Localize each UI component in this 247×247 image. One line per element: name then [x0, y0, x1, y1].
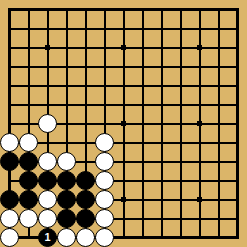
board-intersection[interactable] — [0, 19, 19, 38]
board-intersection[interactable] — [0, 228, 19, 247]
black-stone — [0, 190, 19, 209]
board-intersection[interactable] — [209, 57, 228, 76]
board-intersection[interactable] — [0, 152, 19, 171]
board-intersection[interactable] — [228, 171, 247, 190]
board-intersection[interactable] — [114, 133, 133, 152]
board-intersection[interactable] — [152, 114, 171, 133]
board-intersection[interactable] — [57, 38, 76, 57]
white-stone — [19, 209, 38, 228]
board-intersection[interactable] — [0, 0, 19, 19]
board-intersection[interactable] — [228, 38, 247, 57]
board-intersection[interactable] — [95, 76, 114, 95]
board-intersection[interactable] — [171, 114, 190, 133]
board-intersection[interactable] — [57, 0, 76, 19]
board-intersection[interactable] — [95, 57, 114, 76]
black-stone — [57, 209, 76, 228]
black-stone — [76, 171, 95, 190]
board-intersection[interactable]: 1 — [38, 228, 57, 247]
board-intersection[interactable] — [152, 95, 171, 114]
board-intersection[interactable] — [0, 76, 19, 95]
board-intersection[interactable] — [133, 209, 152, 228]
board-intersection[interactable] — [38, 190, 57, 209]
board-intersection[interactable] — [38, 209, 57, 228]
board-intersection[interactable] — [171, 209, 190, 228]
board-intersection[interactable] — [114, 228, 133, 247]
board-intersection[interactable] — [209, 114, 228, 133]
board-intersection[interactable] — [209, 152, 228, 171]
board-intersection[interactable] — [95, 152, 114, 171]
board-intersection[interactable] — [19, 152, 38, 171]
board-intersection[interactable] — [19, 95, 38, 114]
white-stone — [38, 190, 57, 209]
board-intersection[interactable] — [228, 209, 247, 228]
board-intersection[interactable] — [133, 152, 152, 171]
black-stone — [19, 171, 38, 190]
board-intersection[interactable] — [114, 114, 133, 133]
white-stone — [76, 228, 95, 247]
board-intersection[interactable] — [171, 95, 190, 114]
board-intersection[interactable] — [38, 152, 57, 171]
white-stone — [38, 114, 57, 133]
board-intersection[interactable] — [209, 171, 228, 190]
board-intersection[interactable] — [76, 133, 95, 152]
board-intersection[interactable] — [114, 57, 133, 76]
board-intersection[interactable] — [114, 19, 133, 38]
go-board: 1 — [0, 0, 247, 247]
board-intersection[interactable] — [76, 114, 95, 133]
board-intersection[interactable] — [209, 19, 228, 38]
black-stone — [19, 152, 38, 171]
black-stone — [76, 190, 95, 209]
board-intersection[interactable] — [171, 133, 190, 152]
board-intersection[interactable] — [76, 190, 95, 209]
board-intersection[interactable] — [190, 0, 209, 19]
board-intersection[interactable] — [95, 95, 114, 114]
board-intersection[interactable] — [152, 57, 171, 76]
board-intersection[interactable] — [57, 133, 76, 152]
white-stone — [95, 171, 114, 190]
board-intersection[interactable] — [0, 190, 19, 209]
board-intersection[interactable] — [190, 114, 209, 133]
white-stone — [95, 133, 114, 152]
board-intersection[interactable] — [133, 171, 152, 190]
board-intersection[interactable] — [190, 76, 209, 95]
board-intersection[interactable] — [133, 57, 152, 76]
board-intersection[interactable] — [95, 209, 114, 228]
board-intersection[interactable] — [171, 171, 190, 190]
board-intersection[interactable] — [209, 38, 228, 57]
board-intersection[interactable] — [0, 38, 19, 57]
board-intersection[interactable] — [76, 76, 95, 95]
board-intersection[interactable] — [190, 95, 209, 114]
board-intersection[interactable] — [38, 38, 57, 57]
board-intersection[interactable] — [171, 76, 190, 95]
board-intersection[interactable] — [228, 152, 247, 171]
board-intersection[interactable] — [209, 190, 228, 209]
board-intersection[interactable] — [95, 0, 114, 19]
board-intersection[interactable] — [209, 133, 228, 152]
board-intersection[interactable] — [228, 228, 247, 247]
black-stone — [57, 171, 76, 190]
board-intersection[interactable] — [95, 190, 114, 209]
board-intersection[interactable] — [133, 228, 152, 247]
board-intersection[interactable] — [152, 76, 171, 95]
board-intersection[interactable] — [114, 171, 133, 190]
board-intersection[interactable] — [0, 114, 19, 133]
board-intersection[interactable] — [171, 190, 190, 209]
board-intersection[interactable] — [57, 190, 76, 209]
board-intersection[interactable] — [76, 57, 95, 76]
board-intersection[interactable] — [57, 228, 76, 247]
board-intersection[interactable] — [38, 57, 57, 76]
black-stone — [0, 152, 19, 171]
board-intersection[interactable] — [190, 228, 209, 247]
board-intersection[interactable] — [152, 133, 171, 152]
board-intersection[interactable] — [133, 76, 152, 95]
board-intersection[interactable] — [0, 171, 19, 190]
white-stone — [0, 228, 19, 247]
board-intersection[interactable] — [228, 133, 247, 152]
board-intersection[interactable] — [171, 0, 190, 19]
board-intersection[interactable] — [133, 38, 152, 57]
board-intersection[interactable] — [0, 95, 19, 114]
board-intersection[interactable] — [209, 0, 228, 19]
board-intersection[interactable] — [95, 228, 114, 247]
white-stone — [0, 133, 19, 152]
board-intersection[interactable] — [57, 171, 76, 190]
board-intersection[interactable] — [95, 171, 114, 190]
board-intersection[interactable] — [76, 209, 95, 228]
board-intersection[interactable] — [114, 152, 133, 171]
board-intersection[interactable] — [76, 19, 95, 38]
move-number-label: 1 — [44, 232, 50, 243]
board-intersection[interactable] — [133, 190, 152, 209]
board-intersection[interactable] — [152, 0, 171, 19]
black-stone — [57, 190, 76, 209]
board-intersection[interactable] — [76, 171, 95, 190]
board-intersection[interactable] — [133, 0, 152, 19]
board-intersection[interactable] — [19, 0, 38, 19]
board-intersection[interactable] — [19, 19, 38, 38]
black-stone — [38, 171, 57, 190]
white-stone — [95, 152, 114, 171]
black-stone: 1 — [38, 228, 57, 247]
board-intersection[interactable] — [76, 0, 95, 19]
board-intersection[interactable] — [38, 76, 57, 95]
board-intersection[interactable] — [19, 114, 38, 133]
board-intersection[interactable] — [133, 95, 152, 114]
board-intersection[interactable] — [228, 0, 247, 19]
board-intersection[interactable] — [228, 19, 247, 38]
board-intersection[interactable] — [190, 19, 209, 38]
board-intersection[interactable] — [38, 133, 57, 152]
board-intersection[interactable] — [228, 57, 247, 76]
board-intersection[interactable] — [209, 209, 228, 228]
black-stone — [76, 209, 95, 228]
board-intersection[interactable] — [209, 76, 228, 95]
board-intersection[interactable] — [76, 95, 95, 114]
board-intersection[interactable] — [133, 19, 152, 38]
board-intersection[interactable] — [152, 209, 171, 228]
board-intersection[interactable] — [0, 133, 19, 152]
board-intersection[interactable] — [95, 38, 114, 57]
board-intersection[interactable] — [190, 57, 209, 76]
white-stone — [95, 209, 114, 228]
board-intersection[interactable] — [171, 228, 190, 247]
white-stone — [95, 228, 114, 247]
board-intersection[interactable] — [114, 209, 133, 228]
board-intersection[interactable] — [190, 171, 209, 190]
board-intersection[interactable] — [171, 57, 190, 76]
board-intersection[interactable] — [38, 19, 57, 38]
white-stone — [19, 133, 38, 152]
board-intersection[interactable] — [19, 209, 38, 228]
board-intersection[interactable] — [57, 57, 76, 76]
board-intersection[interactable] — [114, 0, 133, 19]
board-intersection[interactable] — [152, 171, 171, 190]
board-intersection[interactable] — [19, 76, 38, 95]
board-intersection[interactable] — [38, 0, 57, 19]
board-intersection[interactable] — [19, 38, 38, 57]
board-intersection[interactable] — [152, 38, 171, 57]
board-intersection[interactable] — [76, 152, 95, 171]
board-intersection[interactable] — [133, 133, 152, 152]
board-intersection[interactable] — [209, 95, 228, 114]
board-intersection[interactable] — [228, 95, 247, 114]
board-intersection[interactable] — [76, 38, 95, 57]
board-intersection[interactable] — [228, 114, 247, 133]
board-intersection[interactable] — [171, 152, 190, 171]
board-intersection[interactable] — [57, 209, 76, 228]
board-intersection[interactable] — [114, 76, 133, 95]
board-intersection[interactable] — [38, 95, 57, 114]
board-intersection[interactable] — [38, 114, 57, 133]
white-stone — [38, 152, 57, 171]
board-intersection[interactable] — [76, 228, 95, 247]
board-intersection[interactable] — [0, 57, 19, 76]
board-intersection[interactable] — [57, 76, 76, 95]
board-intersection[interactable] — [228, 190, 247, 209]
board-intersection[interactable] — [190, 133, 209, 152]
board-intersection[interactable] — [171, 19, 190, 38]
board-intersection[interactable] — [95, 133, 114, 152]
board-intersection[interactable] — [19, 133, 38, 152]
board-intersection[interactable] — [171, 38, 190, 57]
board-intersection[interactable] — [190, 209, 209, 228]
board-intersection[interactable] — [57, 19, 76, 38]
board-intersection[interactable] — [209, 228, 228, 247]
board-intersections: 1 — [0, 0, 247, 247]
board-intersection[interactable] — [190, 190, 209, 209]
board-intersection[interactable] — [57, 95, 76, 114]
board-intersection[interactable] — [152, 228, 171, 247]
board-intersection[interactable] — [0, 209, 19, 228]
board-intersection[interactable] — [114, 38, 133, 57]
board-intersection[interactable] — [190, 152, 209, 171]
white-stone — [0, 209, 19, 228]
board-intersection[interactable] — [152, 19, 171, 38]
board-intersection[interactable] — [38, 171, 57, 190]
board-intersection[interactable] — [95, 114, 114, 133]
board-intersection[interactable] — [19, 57, 38, 76]
white-stone — [38, 209, 57, 228]
board-intersection[interactable] — [57, 114, 76, 133]
white-stone — [57, 228, 76, 247]
board-intersection[interactable] — [152, 152, 171, 171]
board-intersection[interactable] — [190, 38, 209, 57]
board-intersection[interactable] — [114, 190, 133, 209]
white-stone — [57, 152, 76, 171]
board-intersection[interactable] — [152, 190, 171, 209]
black-stone — [19, 190, 38, 209]
board-intersection[interactable] — [19, 171, 38, 190]
board-intersection[interactable] — [95, 19, 114, 38]
board-intersection[interactable] — [19, 190, 38, 209]
board-intersection[interactable] — [228, 76, 247, 95]
board-intersection[interactable] — [133, 114, 152, 133]
board-intersection[interactable] — [19, 228, 38, 247]
white-stone — [95, 190, 114, 209]
board-intersection[interactable] — [57, 152, 76, 171]
board-intersection[interactable] — [114, 95, 133, 114]
